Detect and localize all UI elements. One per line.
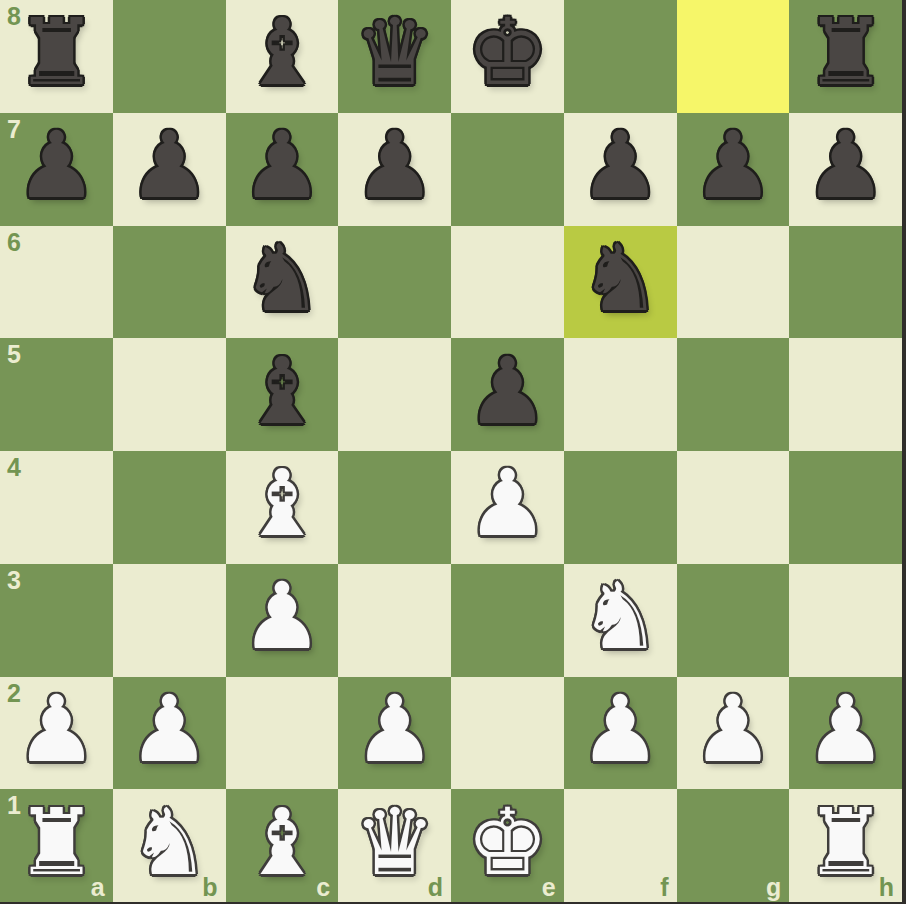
piece-white-pawn[interactable]: ♟ bbox=[692, 684, 774, 776]
piece-black-pawn[interactable]: ♟ bbox=[353, 120, 435, 212]
square-f5[interactable] bbox=[564, 338, 677, 451]
piece-black-pawn[interactable]: ♟ bbox=[692, 120, 774, 212]
square-f6[interactable]: ♞ bbox=[564, 226, 677, 339]
piece-black-pawn[interactable]: ♟ bbox=[128, 120, 210, 212]
square-d5[interactable] bbox=[338, 338, 451, 451]
rank-label-3: 3 bbox=[7, 568, 21, 593]
square-e6[interactable] bbox=[451, 226, 564, 339]
square-e4[interactable]: ♟ bbox=[451, 451, 564, 564]
square-d8[interactable]: ♛ bbox=[338, 0, 451, 113]
square-a6[interactable]: 6 bbox=[0, 226, 113, 339]
square-g7[interactable]: ♟ bbox=[677, 113, 790, 226]
square-a8[interactable]: 8♜ bbox=[0, 0, 113, 113]
piece-black-pawn[interactable]: ♟ bbox=[804, 120, 886, 212]
square-b3[interactable] bbox=[113, 564, 226, 677]
square-e1[interactable]: e♚ bbox=[451, 789, 564, 902]
piece-white-rook[interactable]: ♜ bbox=[15, 797, 97, 889]
piece-white-pawn[interactable]: ♟ bbox=[128, 684, 210, 776]
square-b7[interactable]: ♟ bbox=[113, 113, 226, 226]
square-c8[interactable]: ♝ bbox=[226, 0, 339, 113]
square-c7[interactable]: ♟ bbox=[226, 113, 339, 226]
square-g3[interactable] bbox=[677, 564, 790, 677]
piece-white-queen[interactable]: ♛ bbox=[353, 797, 435, 889]
square-a1[interactable]: 1a♜ bbox=[0, 789, 113, 902]
square-g5[interactable] bbox=[677, 338, 790, 451]
square-a3[interactable]: 3 bbox=[0, 564, 113, 677]
square-e5[interactable]: ♟ bbox=[451, 338, 564, 451]
square-b4[interactable] bbox=[113, 451, 226, 564]
piece-black-pawn[interactable]: ♟ bbox=[15, 120, 97, 212]
square-e7[interactable] bbox=[451, 113, 564, 226]
piece-white-pawn[interactable]: ♟ bbox=[15, 684, 97, 776]
piece-black-queen[interactable]: ♛ bbox=[353, 7, 435, 99]
piece-black-rook[interactable]: ♜ bbox=[15, 7, 97, 99]
square-e8[interactable]: ♚ bbox=[451, 0, 564, 113]
rank-label-4: 4 bbox=[7, 455, 21, 480]
square-b8[interactable] bbox=[113, 0, 226, 113]
square-c6[interactable]: ♞ bbox=[226, 226, 339, 339]
piece-black-rook[interactable]: ♜ bbox=[804, 7, 886, 99]
piece-white-pawn[interactable]: ♟ bbox=[579, 684, 661, 776]
square-h6[interactable] bbox=[789, 226, 902, 339]
square-e2[interactable] bbox=[451, 677, 564, 790]
rank-label-5: 5 bbox=[7, 342, 21, 367]
square-h3[interactable] bbox=[789, 564, 902, 677]
file-label-g: g bbox=[766, 875, 781, 900]
square-e3[interactable] bbox=[451, 564, 564, 677]
piece-white-rook[interactable]: ♜ bbox=[804, 797, 886, 889]
square-f1[interactable]: f bbox=[564, 789, 677, 902]
square-c3[interactable]: ♟ bbox=[226, 564, 339, 677]
square-g1[interactable]: g bbox=[677, 789, 790, 902]
square-c1[interactable]: c♝ bbox=[226, 789, 339, 902]
piece-black-bishop[interactable]: ♝ bbox=[241, 346, 323, 438]
square-b6[interactable] bbox=[113, 226, 226, 339]
rank-label-6: 6 bbox=[7, 230, 21, 255]
piece-black-bishop[interactable]: ♝ bbox=[241, 7, 323, 99]
square-h2[interactable]: ♟ bbox=[789, 677, 902, 790]
square-a4[interactable]: 4 bbox=[0, 451, 113, 564]
piece-black-pawn[interactable]: ♟ bbox=[579, 120, 661, 212]
square-f3[interactable]: ♞ bbox=[564, 564, 677, 677]
square-d2[interactable]: ♟ bbox=[338, 677, 451, 790]
piece-white-pawn[interactable]: ♟ bbox=[466, 458, 548, 550]
square-d6[interactable] bbox=[338, 226, 451, 339]
piece-white-knight[interactable]: ♞ bbox=[579, 571, 661, 663]
square-h7[interactable]: ♟ bbox=[789, 113, 902, 226]
square-a2[interactable]: 2♟ bbox=[0, 677, 113, 790]
piece-white-king[interactable]: ♚ bbox=[466, 797, 548, 889]
square-d7[interactable]: ♟ bbox=[338, 113, 451, 226]
piece-black-pawn[interactable]: ♟ bbox=[466, 346, 548, 438]
square-b5[interactable] bbox=[113, 338, 226, 451]
square-g4[interactable] bbox=[677, 451, 790, 564]
chess-board: 8♜♝♛♚♜7♟♟♟♟♟♟♟6♞♞5♝♟4♝♟3♟♞2♟♟♟♟♟♟1a♜b♞c♝… bbox=[0, 0, 902, 902]
piece-black-pawn[interactable]: ♟ bbox=[241, 120, 323, 212]
square-h5[interactable] bbox=[789, 338, 902, 451]
piece-white-pawn[interactable]: ♟ bbox=[353, 684, 435, 776]
square-g6[interactable] bbox=[677, 226, 790, 339]
piece-white-pawn[interactable]: ♟ bbox=[241, 571, 323, 663]
piece-white-pawn[interactable]: ♟ bbox=[804, 684, 886, 776]
square-b1[interactable]: b♞ bbox=[113, 789, 226, 902]
square-c4[interactable]: ♝ bbox=[226, 451, 339, 564]
square-f2[interactable]: ♟ bbox=[564, 677, 677, 790]
square-h1[interactable]: h♜ bbox=[789, 789, 902, 902]
square-b2[interactable]: ♟ bbox=[113, 677, 226, 790]
square-f4[interactable] bbox=[564, 451, 677, 564]
square-d1[interactable]: d♛ bbox=[338, 789, 451, 902]
square-h8[interactable]: ♜ bbox=[789, 0, 902, 113]
piece-black-knight[interactable]: ♞ bbox=[241, 233, 323, 325]
piece-black-king[interactable]: ♚ bbox=[466, 7, 548, 99]
square-c5[interactable]: ♝ bbox=[226, 338, 339, 451]
square-c2[interactable] bbox=[226, 677, 339, 790]
piece-white-bishop[interactable]: ♝ bbox=[241, 458, 323, 550]
square-f7[interactable]: ♟ bbox=[564, 113, 677, 226]
square-g2[interactable]: ♟ bbox=[677, 677, 790, 790]
square-d4[interactable] bbox=[338, 451, 451, 564]
piece-black-knight[interactable]: ♞ bbox=[579, 233, 661, 325]
piece-white-bishop[interactable]: ♝ bbox=[241, 797, 323, 889]
square-h4[interactable] bbox=[789, 451, 902, 564]
piece-white-knight[interactable]: ♞ bbox=[128, 797, 210, 889]
square-g8[interactable] bbox=[677, 0, 790, 113]
square-a7[interactable]: 7♟ bbox=[0, 113, 113, 226]
file-label-f: f bbox=[660, 875, 668, 900]
square-a5[interactable]: 5 bbox=[0, 338, 113, 451]
square-d3[interactable] bbox=[338, 564, 451, 677]
square-f8[interactable] bbox=[564, 0, 677, 113]
